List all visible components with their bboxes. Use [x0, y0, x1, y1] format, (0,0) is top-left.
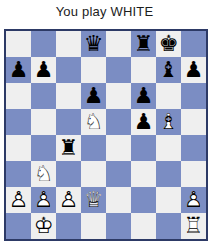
white-bishop-piece[interactable]: ♝♗ [156, 109, 181, 135]
square-b6[interactable] [31, 83, 56, 109]
square-d2[interactable]: ♛♕ [81, 187, 106, 213]
square-c2[interactable]: ♟♙ [56, 187, 81, 213]
piece-outline-glyph: ♔ [31, 213, 56, 239]
square-b5[interactable] [31, 109, 56, 135]
piece-glyph: ♟ [131, 109, 156, 135]
black-rook-piece[interactable]: ♜ [131, 31, 156, 57]
piece-glyph: ♟ [81, 83, 106, 109]
square-d4[interactable] [81, 135, 106, 161]
black-pawn-piece[interactable]: ♟ [6, 57, 31, 83]
piece-outline-glyph: ♘ [81, 109, 106, 135]
square-g7[interactable]: ♝ [156, 57, 181, 83]
piece-outline-glyph: ♙ [31, 187, 56, 213]
square-f3[interactable] [131, 161, 156, 187]
piece-glyph: ♜ [131, 31, 156, 57]
square-d3[interactable] [81, 161, 106, 187]
square-d5[interactable]: ♞♘ [81, 109, 106, 135]
piece-outline-glyph: ♖ [181, 213, 206, 239]
square-a6[interactable] [6, 83, 31, 109]
square-h1[interactable]: ♜♖ [181, 213, 206, 239]
black-rook-piece[interactable]: ♜ [56, 135, 81, 161]
square-a3[interactable] [6, 161, 31, 187]
white-pawn-piece[interactable]: ♟♙ [181, 187, 206, 213]
white-pawn-piece[interactable]: ♟♙ [56, 187, 81, 213]
square-h4[interactable] [181, 135, 206, 161]
square-e5[interactable] [106, 109, 131, 135]
square-c1[interactable] [56, 213, 81, 239]
square-f4[interactable] [131, 135, 156, 161]
square-c4[interactable]: ♜ [56, 135, 81, 161]
white-pawn-piece[interactable]: ♟♙ [6, 187, 31, 213]
square-g1[interactable] [156, 213, 181, 239]
square-b8[interactable] [31, 31, 56, 57]
square-c7[interactable] [56, 57, 81, 83]
square-g3[interactable] [156, 161, 181, 187]
square-f1[interactable] [131, 213, 156, 239]
white-knight-piece[interactable]: ♞♘ [81, 109, 106, 135]
white-pawn-piece[interactable]: ♟♙ [31, 187, 56, 213]
square-a2[interactable]: ♟♙ [6, 187, 31, 213]
square-h2[interactable]: ♟♙ [181, 187, 206, 213]
black-pawn-piece[interactable]: ♟ [31, 57, 56, 83]
square-a8[interactable] [6, 31, 31, 57]
square-h5[interactable] [181, 109, 206, 135]
white-queen-piece[interactable]: ♛♕ [81, 187, 106, 213]
square-f2[interactable] [131, 187, 156, 213]
piece-outline-glyph: ♙ [181, 187, 206, 213]
piece-outline-glyph: ♗ [156, 109, 181, 135]
square-h3[interactable] [181, 161, 206, 187]
piece-glyph: ♛ [81, 31, 106, 57]
square-h6[interactable] [181, 83, 206, 109]
square-h8[interactable] [181, 31, 206, 57]
piece-glyph: ♟ [181, 57, 206, 83]
piece-glyph: ♚ [156, 31, 181, 57]
square-f5[interactable]: ♟ [131, 109, 156, 135]
square-g4[interactable] [156, 135, 181, 161]
square-c3[interactable] [56, 161, 81, 187]
square-e8[interactable] [106, 31, 131, 57]
square-c8[interactable] [56, 31, 81, 57]
square-d6[interactable]: ♟ [81, 83, 106, 109]
piece-glyph: ♝ [156, 57, 181, 83]
piece-outline-glyph: ♙ [6, 187, 31, 213]
square-d8[interactable]: ♛ [81, 31, 106, 57]
black-pawn-piece[interactable]: ♟ [131, 109, 156, 135]
square-f8[interactable]: ♜ [131, 31, 156, 57]
square-g2[interactable] [156, 187, 181, 213]
page-title: You play WHITE [0, 4, 209, 19]
square-b7[interactable]: ♟ [31, 57, 56, 83]
square-a5[interactable] [6, 109, 31, 135]
square-b3[interactable]: ♞♘ [31, 161, 56, 187]
square-e4[interactable] [106, 135, 131, 161]
square-d7[interactable] [81, 57, 106, 83]
piece-outline-glyph: ♙ [56, 187, 81, 213]
white-rook-piece[interactable]: ♜♖ [181, 213, 206, 239]
square-g8[interactable]: ♚ [156, 31, 181, 57]
chess-board: ♛♜♚♟♟♝♟♟♟♞♘♟♝♗♜♞♘♟♙♟♙♟♙♛♕♟♙♚♔♜♖ [4, 29, 208, 241]
piece-glyph: ♟ [131, 83, 156, 109]
square-c6[interactable] [56, 83, 81, 109]
piece-glyph: ♟ [31, 57, 56, 83]
black-queen-piece[interactable]: ♛ [81, 31, 106, 57]
square-e1[interactable] [106, 213, 131, 239]
square-e6[interactable] [106, 83, 131, 109]
square-b1[interactable]: ♚♔ [31, 213, 56, 239]
white-knight-piece[interactable]: ♞♘ [31, 161, 56, 187]
black-bishop-piece[interactable]: ♝ [156, 57, 181, 83]
square-a4[interactable] [6, 135, 31, 161]
square-h7[interactable]: ♟ [181, 57, 206, 83]
white-king-piece[interactable]: ♚♔ [31, 213, 56, 239]
square-c5[interactable] [56, 109, 81, 135]
piece-outline-glyph: ♕ [81, 187, 106, 213]
square-b2[interactable]: ♟♙ [31, 187, 56, 213]
black-king-piece[interactable]: ♚ [156, 31, 181, 57]
black-pawn-piece[interactable]: ♟ [131, 83, 156, 109]
square-f7[interactable] [131, 57, 156, 83]
square-d1[interactable] [81, 213, 106, 239]
square-g5[interactable]: ♝♗ [156, 109, 181, 135]
piece-outline-glyph: ♘ [31, 161, 56, 187]
square-e3[interactable] [106, 161, 131, 187]
square-a7[interactable]: ♟ [6, 57, 31, 83]
black-pawn-piece[interactable]: ♟ [81, 83, 106, 109]
square-b4[interactable] [31, 135, 56, 161]
square-a1[interactable] [6, 213, 31, 239]
square-e2[interactable] [106, 187, 131, 213]
black-pawn-piece[interactable]: ♟ [181, 57, 206, 83]
square-e7[interactable] [106, 57, 131, 83]
piece-glyph: ♜ [56, 135, 81, 161]
piece-glyph: ♟ [6, 57, 31, 83]
square-g6[interactable] [156, 83, 181, 109]
square-f6[interactable]: ♟ [131, 83, 156, 109]
